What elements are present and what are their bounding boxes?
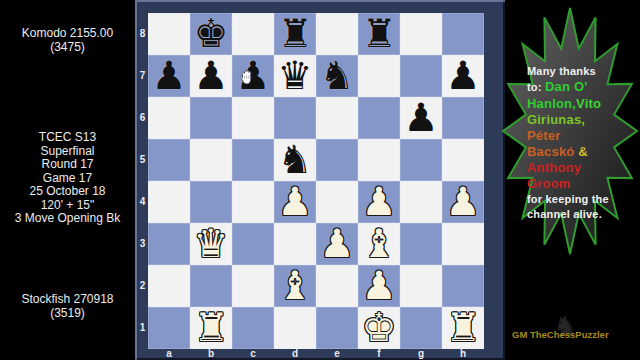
square-a7[interactable]: ♟ — [148, 55, 190, 97]
rank-label-5: 5 — [137, 139, 148, 181]
square-g5[interactable] — [400, 139, 442, 181]
square-c4[interactable] — [232, 181, 274, 223]
starburst-text-segment: Anthony — [527, 160, 581, 175]
piece-black-rook: ♜ — [362, 13, 397, 55]
piece-white-rook: ♜ — [446, 307, 481, 349]
file-label-a: a — [148, 347, 190, 360]
event-line-2: Superfinal — [0, 145, 135, 159]
square-c2[interactable] — [232, 265, 274, 307]
square-e7[interactable]: ♞ — [316, 55, 358, 97]
square-d5[interactable]: ♞ — [274, 139, 316, 181]
rank-label-8: 8 — [137, 13, 148, 55]
square-d3[interactable] — [274, 223, 316, 265]
square-c6[interactable] — [232, 97, 274, 139]
square-d6[interactable] — [274, 97, 316, 139]
rank-label-6: 6 — [137, 97, 148, 139]
piece-black-pawn: ♟ — [194, 55, 229, 97]
piece-white-king: ♚ — [362, 307, 397, 349]
square-g7[interactable] — [400, 55, 442, 97]
file-label-c: c — [232, 347, 274, 360]
piece-white-pawn: ♟ — [362, 265, 397, 307]
square-a1[interactable] — [148, 307, 190, 349]
file-label-d: d — [274, 347, 316, 360]
piece-white-pawn: ♟ — [320, 223, 355, 265]
square-b7[interactable]: ♟ — [190, 55, 232, 97]
file-label-e: e — [316, 347, 358, 360]
engine-bottom-rating: (3519) — [0, 306, 135, 320]
starburst-text-segment: Hanlon, — [527, 96, 576, 111]
square-f2[interactable]: ♟ — [358, 265, 400, 307]
starburst-text-line-2: to: Dan O' — [527, 78, 638, 95]
event-line-6: 120' + 15" — [0, 199, 135, 213]
event-line-4: Game 17 — [0, 172, 135, 186]
square-c5[interactable] — [232, 139, 274, 181]
square-h4[interactable]: ♟ — [442, 181, 484, 223]
square-b3[interactable]: ♛ — [190, 223, 232, 265]
piece-black-knight: ♞ — [320, 55, 355, 97]
square-e5[interactable] — [316, 139, 358, 181]
file-label-h: h — [442, 347, 484, 360]
event-line-1: TCEC S13 — [0, 131, 135, 145]
piece-white-pawn: ♟ — [362, 181, 397, 223]
piece-black-pawn: ♟ — [152, 55, 187, 97]
square-g2[interactable] — [400, 265, 442, 307]
square-h2[interactable] — [442, 265, 484, 307]
square-g1[interactable] — [400, 307, 442, 349]
engine-bottom-name: Stockfish 270918 — [0, 292, 135, 306]
square-f7[interactable] — [358, 55, 400, 97]
starburst-text-segment: Groom — [527, 176, 571, 191]
square-a5[interactable] — [148, 139, 190, 181]
chess-board-frame: ♚♜♜♟♟♟♛♞♟♟♞♟♟♟♛♟♝♝♟♜♚♜ 87654321 abcdefgh — [135, 0, 505, 360]
event-line-7: 3 Move Opening Bk — [0, 212, 135, 226]
starburst-text-segment: Bacskó — [527, 144, 578, 159]
piece-white-pawn: ♟ — [278, 181, 313, 223]
square-g3[interactable] — [400, 223, 442, 265]
square-h5[interactable] — [442, 139, 484, 181]
engine-top-name: Komodo 2155.00 — [0, 26, 135, 40]
square-g4[interactable] — [400, 181, 442, 223]
starburst-text-segment: & — [578, 144, 588, 159]
square-e3[interactable]: ♟ — [316, 223, 358, 265]
square-f3[interactable]: ♝ — [358, 223, 400, 265]
piece-white-pawn: ♟ — [446, 181, 481, 223]
square-e2[interactable] — [316, 265, 358, 307]
piece-black-pawn: ♟ — [446, 55, 481, 97]
square-h3[interactable] — [442, 223, 484, 265]
starburst-text-segment: Vito — [576, 96, 601, 111]
hand-cursor-icon — [238, 67, 255, 86]
engine-bottom-block: Stockfish 270918 (3519) — [0, 292, 135, 320]
square-d2[interactable]: ♝ — [274, 265, 316, 307]
starburst-text-line-3: Hanlon,Vito — [527, 95, 638, 111]
square-b1[interactable]: ♜ — [190, 307, 232, 349]
square-f6[interactable] — [358, 97, 400, 139]
starburst-text-line-10: channel alive. — [527, 206, 638, 221]
square-b8[interactable]: ♚ — [190, 13, 232, 55]
info-panel: Komodo 2155.00 (3475) TCEC S13 Superfina… — [0, 0, 135, 360]
starburst-text-line-7: Anthony — [527, 159, 638, 175]
square-b5[interactable] — [190, 139, 232, 181]
square-e4[interactable] — [316, 181, 358, 223]
square-c7[interactable]: ♟ — [232, 55, 274, 97]
starburst-text-segment: Péter — [527, 128, 561, 143]
page: Komodo 2155.00 (3475) TCEC S13 Superfina… — [0, 0, 640, 360]
piece-black-knight: ♞ — [278, 139, 313, 181]
watermark-text: GM TheChessPuzzler — [512, 329, 609, 340]
square-h8[interactable] — [442, 13, 484, 55]
rank-label-1: 1 — [137, 307, 148, 349]
square-g8[interactable] — [400, 13, 442, 55]
square-h1[interactable]: ♜ — [442, 307, 484, 349]
rank-label-3: 3 — [137, 223, 148, 265]
starburst-text-line-4: Giriunas, — [527, 111, 638, 127]
starburst-text-line-6: Bacskó & — [527, 143, 638, 159]
square-c1[interactable] — [232, 307, 274, 349]
event-info-block: TCEC S13 Superfinal Round 17 Game 17 25 … — [0, 131, 135, 226]
square-e8[interactable] — [316, 13, 358, 55]
square-b2[interactable] — [190, 265, 232, 307]
starburst-text-line-9: for keeping the — [527, 191, 638, 206]
engine-top-block: Komodo 2155.00 (3475) — [0, 26, 135, 54]
square-h7[interactable]: ♟ — [442, 55, 484, 97]
file-label-f: f — [358, 347, 400, 360]
event-line-3: Round 17 — [0, 158, 135, 172]
piece-white-rook: ♜ — [194, 307, 229, 349]
starburst-text-segment: Giriunas, — [527, 112, 585, 127]
rank-label-4: 4 — [137, 181, 148, 223]
piece-white-bishop: ♝ — [278, 265, 313, 307]
file-label-g: g — [400, 347, 442, 360]
square-h6[interactable] — [442, 97, 484, 139]
starburst-text-segment: Dan O' — [545, 79, 588, 94]
square-a6[interactable] — [148, 97, 190, 139]
piece-black-rook: ♜ — [278, 13, 313, 55]
starburst-text-segment: channel alive. — [527, 208, 602, 220]
starburst-text-line-8: Groom — [527, 175, 638, 191]
square-f5[interactable] — [358, 139, 400, 181]
square-d1[interactable] — [274, 307, 316, 349]
square-a8[interactable] — [148, 13, 190, 55]
chess-board: ♚♜♜♟♟♟♛♞♟♟♞♟♟♟♛♟♝♝♟♜♚♜ — [148, 13, 484, 349]
rank-label-7: 7 — [137, 55, 148, 97]
piece-black-pawn: ♟ — [404, 97, 439, 139]
starburst-text: Many thanksto: Dan O'Hanlon,VitoGiriunas… — [500, 63, 638, 221]
piece-white-queen: ♛ — [194, 223, 229, 265]
starburst-text-segment: for keeping the — [527, 193, 609, 205]
square-c8[interactable] — [232, 13, 274, 55]
square-f1[interactable]: ♚ — [358, 307, 400, 349]
square-d4[interactable]: ♟ — [274, 181, 316, 223]
piece-black-queen: ♛ — [278, 55, 313, 97]
square-f4[interactable]: ♟ — [358, 181, 400, 223]
starburst-text-line-5: Péter — [527, 127, 638, 143]
event-line-5: 25 October 18 — [0, 185, 135, 199]
square-d8[interactable]: ♜ — [274, 13, 316, 55]
rank-label-2: 2 — [137, 265, 148, 307]
starburst-text-line-1: Many thanks — [527, 63, 638, 78]
square-f8[interactable]: ♜ — [358, 13, 400, 55]
file-label-b: b — [190, 347, 232, 360]
square-g6[interactable]: ♟ — [400, 97, 442, 139]
square-b6[interactable] — [190, 97, 232, 139]
square-a4[interactable] — [148, 181, 190, 223]
square-e1[interactable] — [316, 307, 358, 349]
starburst-text-segment: Many thanks — [527, 65, 596, 77]
piece-black-king: ♚ — [194, 13, 229, 55]
square-c3[interactable] — [232, 223, 274, 265]
square-d7[interactable]: ♛ — [274, 55, 316, 97]
starburst-text-segment: to: — [527, 81, 545, 93]
piece-white-bishop: ♝ — [362, 223, 397, 265]
square-a2[interactable] — [148, 265, 190, 307]
channel-watermark: ♞ GM TheChessPuzzler — [505, 312, 639, 352]
engine-top-rating: (3475) — [0, 40, 135, 54]
square-a3[interactable] — [148, 223, 190, 265]
square-b4[interactable] — [190, 181, 232, 223]
square-e6[interactable] — [316, 97, 358, 139]
